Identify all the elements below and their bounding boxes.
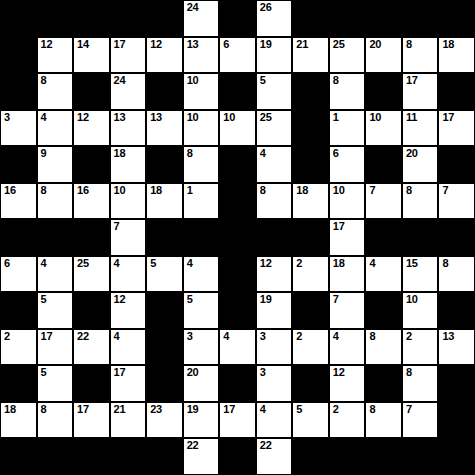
cell-r6c3[interactable]: 7 [110,219,147,256]
cell-number: 10 [223,111,235,124]
cell-number: 7 [369,184,375,197]
black-cell-r12c2 [73,438,110,475]
cell-r1c2[interactable]: 14 [73,37,110,74]
cell-number: 21 [114,403,126,416]
cell-r1c8[interactable]: 21 [292,37,329,74]
black-cell-r12c3 [110,438,147,475]
cell-number: 10 [406,293,418,306]
cell-number: 17 [406,74,418,87]
cell-r11c2[interactable]: 17 [73,402,110,439]
cell-r8c7[interactable]: 19 [256,292,293,329]
cell-r11c1[interactable]: 8 [37,402,74,439]
black-cell-r4c8 [292,146,329,183]
cell-number: 19 [260,38,272,51]
cell-number: 2 [296,257,302,270]
black-cell-r2c12 [438,73,475,110]
cell-r11c8[interactable]: 5 [292,402,329,439]
black-cell-r0c2 [73,0,110,37]
cell-r11c5[interactable]: 19 [183,402,220,439]
cell-number: 1 [187,184,193,197]
cell-number: 3 [4,111,10,124]
cell-number: 7 [114,220,120,233]
cell-number: 19 [260,293,272,306]
cell-number: 10 [369,111,381,124]
cell-r3c12[interactable]: 17 [438,110,475,147]
cell-number: 23 [150,403,162,416]
cell-r1c7[interactable]: 19 [256,37,293,74]
cell-r1c11[interactable]: 8 [402,37,439,74]
black-cell-r8c12 [438,292,475,329]
black-cell-r10c10 [365,365,402,402]
cell-number: 6 [4,257,10,270]
cell-r5c8[interactable]: 18 [292,183,329,220]
cell-number: 1 [333,111,339,124]
cell-number: 17 [333,220,345,233]
cell-r4c1[interactable]: 9 [37,146,74,183]
black-cell-r12c1 [37,438,74,475]
cell-r4c7[interactable]: 4 [256,146,293,183]
cell-r2c7[interactable]: 5 [256,73,293,110]
cell-number: 5 [187,293,193,306]
cell-r7c9[interactable]: 18 [329,256,366,293]
cell-number: 13 [114,111,126,124]
black-cell-r12c4 [146,438,183,475]
black-cell-r6c12 [438,219,475,256]
black-cell-r8c0 [0,292,37,329]
cell-number: 12 [333,366,345,379]
cell-number: 4 [260,403,266,416]
black-cell-r6c8 [292,219,329,256]
cell-number: 5 [260,74,266,87]
cell-r3c4[interactable]: 13 [146,110,183,147]
cell-r5c2[interactable]: 16 [73,183,110,220]
cell-number: 8 [41,74,47,87]
cell-r1c5[interactable]: 13 [183,37,220,74]
cell-number: 14 [77,38,89,51]
cell-r9c11[interactable]: 2 [402,329,439,366]
cell-r10c3[interactable]: 17 [110,365,147,402]
cell-r7c4[interactable]: 5 [146,256,183,293]
black-cell-r11c12 [438,402,475,439]
cell-r10c9[interactable]: 12 [329,365,366,402]
black-cell-r1c0 [0,37,37,74]
cell-r11c11[interactable]: 7 [402,402,439,439]
cell-r10c11[interactable]: 8 [402,365,439,402]
cell-r3c2[interactable]: 12 [73,110,110,147]
cell-r5c11[interactable]: 8 [402,183,439,220]
cell-r9c3[interactable]: 4 [110,329,147,366]
cell-number: 11 [406,111,417,124]
black-cell-r7c6 [219,256,256,293]
black-cell-r2c2 [73,73,110,110]
cell-number: 18 [442,38,454,51]
cell-r11c10[interactable]: 8 [365,402,402,439]
cell-r5c4[interactable]: 18 [146,183,183,220]
cell-number: 17 [114,366,126,379]
cell-r7c8[interactable]: 2 [292,256,329,293]
black-cell-r2c0 [0,73,37,110]
cell-r6c9[interactable]: 17 [329,219,366,256]
cell-number: 5 [296,403,302,416]
cell-r3c11[interactable]: 11 [402,110,439,147]
cell-number: 2 [4,330,10,343]
black-cell-r6c10 [365,219,402,256]
cell-number: 20 [406,147,418,160]
cell-number: 19 [187,403,199,416]
cell-r3c3[interactable]: 13 [110,110,147,147]
black-cell-r0c12 [438,0,475,37]
cell-number: 16 [4,184,16,197]
cell-number: 4 [41,111,47,124]
black-cell-r4c4 [146,146,183,183]
cell-number: 12 [114,293,126,306]
cell-number: 8 [406,366,412,379]
cell-r1c6[interactable]: 6 [219,37,256,74]
black-cell-r12c9 [329,438,366,475]
cell-r3c6[interactable]: 10 [219,110,256,147]
black-cell-r8c6 [219,292,256,329]
cell-number: 6 [223,38,229,51]
cell-number: 10 [187,74,199,87]
cell-number: 18 [296,184,308,197]
cell-number: 5 [150,257,156,270]
cell-number: 25 [333,38,345,51]
cell-r2c1[interactable]: 8 [37,73,74,110]
cell-number: 12 [260,257,272,270]
black-cell-r6c4 [146,219,183,256]
cell-number: 18 [150,184,162,197]
cell-number: 21 [296,38,308,51]
black-cell-r6c2 [73,219,110,256]
cell-r3c7[interactable]: 25 [256,110,293,147]
cell-r3c5[interactable]: 10 [183,110,220,147]
cell-number: 7 [442,184,448,197]
cell-r8c5[interactable]: 5 [183,292,220,329]
cell-number: 2 [333,403,339,416]
cell-number: 8 [333,74,339,87]
cell-r7c11[interactable]: 15 [402,256,439,293]
cell-r9c0[interactable]: 2 [0,329,37,366]
cell-r7c7[interactable]: 12 [256,256,293,293]
black-cell-r3c8 [292,110,329,147]
black-cell-r4c12 [438,146,475,183]
cell-number: 24 [187,1,199,14]
cell-r11c9[interactable]: 2 [329,402,366,439]
cell-number: 4 [333,330,339,343]
cell-number: 12 [77,111,89,124]
cell-number: 6 [333,147,339,160]
cell-r9c7[interactable]: 3 [256,329,293,366]
cell-r1c1[interactable]: 12 [37,37,74,74]
cell-number: 4 [187,257,193,270]
black-cell-r12c11 [402,438,439,475]
black-cell-r4c0 [0,146,37,183]
cell-r8c9[interactable]: 7 [329,292,366,329]
cell-r9c9[interactable]: 4 [329,329,366,366]
cell-r9c12[interactable]: 13 [438,329,475,366]
cell-number: 16 [77,184,89,197]
black-cell-r6c11 [402,219,439,256]
cell-number: 4 [114,330,120,343]
cell-number: 4 [223,330,229,343]
cell-r5c10[interactable]: 7 [365,183,402,220]
cell-number: 8 [442,257,448,270]
black-cell-r0c4 [146,0,183,37]
cell-number: 4 [369,257,375,270]
cell-r9c8[interactable]: 2 [292,329,329,366]
cell-r2c3[interactable]: 24 [110,73,147,110]
cell-number: 13 [442,330,454,343]
cell-r7c1[interactable]: 4 [37,256,74,293]
black-cell-r5c6 [219,183,256,220]
black-cell-r10c4 [146,365,183,402]
black-cell-r10c0 [0,365,37,402]
black-cell-r8c10 [365,292,402,329]
cell-number: 25 [77,257,89,270]
cell-number: 7 [333,293,339,306]
cell-number: 3 [260,330,266,343]
black-cell-r12c12 [438,438,475,475]
black-cell-r0c10 [365,0,402,37]
cell-number: 8 [406,184,412,197]
cell-r0c7[interactable]: 26 [256,0,293,37]
black-cell-r10c12 [438,365,475,402]
cell-number: 26 [260,1,272,14]
black-cell-r12c10 [365,438,402,475]
black-cell-r6c7 [256,219,293,256]
black-cell-r12c8 [292,438,329,475]
cell-r4c3[interactable]: 18 [110,146,147,183]
cell-r7c5[interactable]: 4 [183,256,220,293]
cell-number: 12 [150,38,162,51]
cell-r4c5[interactable]: 8 [183,146,220,183]
black-cell-r10c8 [292,365,329,402]
black-cell-r0c8 [292,0,329,37]
black-cell-r4c2 [73,146,110,183]
black-cell-r12c6 [219,438,256,475]
cell-number: 25 [260,111,272,124]
cell-r5c12[interactable]: 7 [438,183,475,220]
cell-r7c0[interactable]: 6 [0,256,37,293]
cell-number: 22 [77,330,89,343]
black-cell-r10c2 [73,365,110,402]
cell-r8c1[interactable]: 5 [37,292,74,329]
black-cell-r0c1 [37,0,74,37]
cell-r5c0[interactable]: 16 [0,183,37,220]
cell-r10c7[interactable]: 3 [256,365,293,402]
cell-r4c9[interactable]: 6 [329,146,366,183]
cell-r8c3[interactable]: 12 [110,292,147,329]
black-cell-r4c10 [365,146,402,183]
cell-number: 13 [150,111,162,124]
cell-r9c6[interactable]: 4 [219,329,256,366]
cell-number: 18 [333,257,345,270]
cell-number: 2 [296,330,302,343]
cell-number: 4 [260,147,266,160]
cell-number: 5 [41,293,47,306]
codeword-board: 2426121417121361921252081882410581734121… [0,0,475,475]
cell-number: 10 [114,184,126,197]
cell-r4c11[interactable]: 20 [402,146,439,183]
cell-r11c3[interactable]: 21 [110,402,147,439]
black-cell-r0c0 [0,0,37,37]
black-cell-r6c5 [183,219,220,256]
cell-number: 8 [41,403,47,416]
cell-r5c9[interactable]: 10 [329,183,366,220]
black-cell-r0c6 [219,0,256,37]
cell-number: 8 [406,38,412,51]
cell-number: 3 [260,366,266,379]
cell-r9c2[interactable]: 22 [73,329,110,366]
cell-number: 18 [4,403,16,416]
cell-r1c12[interactable]: 18 [438,37,475,74]
cell-number: 17 [114,38,126,51]
cell-number: 2 [406,330,412,343]
cell-r2c5[interactable]: 10 [183,73,220,110]
black-cell-r2c10 [365,73,402,110]
cell-number: 12 [41,38,53,51]
cell-r7c12[interactable]: 8 [438,256,475,293]
cell-r5c1[interactable]: 8 [37,183,74,220]
black-cell-r0c3 [110,0,147,37]
cell-number: 20 [187,366,199,379]
cell-number: 17 [223,403,235,416]
black-cell-r6c6 [219,219,256,256]
cell-r2c9[interactable]: 8 [329,73,366,110]
black-cell-r0c11 [402,0,439,37]
cell-r0c5[interactable]: 24 [183,0,220,37]
cell-r2c11[interactable]: 17 [402,73,439,110]
black-cell-r9c4 [146,329,183,366]
cell-r3c9[interactable]: 1 [329,110,366,147]
cell-r5c7[interactable]: 8 [256,183,293,220]
cell-number: 15 [406,257,418,270]
cell-r1c3[interactable]: 17 [110,37,147,74]
cell-r12c5[interactable]: 22 [183,438,220,475]
black-cell-r10c6 [219,365,256,402]
black-cell-r8c2 [73,292,110,329]
cell-r9c5[interactable]: 3 [183,329,220,366]
cell-number: 17 [77,403,89,416]
cell-r1c10[interactable]: 20 [365,37,402,74]
cell-number: 8 [369,403,375,416]
cell-number: 9 [41,147,47,160]
black-cell-r8c8 [292,292,329,329]
cell-number: 8 [369,330,375,343]
cell-r5c5[interactable]: 1 [183,183,220,220]
cell-r3c10[interactable]: 10 [365,110,402,147]
cell-number: 7 [406,403,412,416]
cell-r7c10[interactable]: 4 [365,256,402,293]
cell-number: 8 [41,184,47,197]
black-cell-r0c9 [329,0,366,37]
cell-r3c0[interactable]: 3 [0,110,37,147]
cell-r11c0[interactable]: 18 [0,402,37,439]
black-cell-r4c6 [219,146,256,183]
cell-number: 5 [41,366,47,379]
cell-r8c11[interactable]: 10 [402,292,439,329]
cell-number: 4 [114,257,120,270]
black-cell-r2c8 [292,73,329,110]
cell-r11c6[interactable]: 17 [219,402,256,439]
cell-r11c4[interactable]: 23 [146,402,183,439]
cell-number: 4 [41,257,47,270]
cell-number: 20 [369,38,381,51]
black-cell-r12c0 [0,438,37,475]
black-cell-r2c4 [146,73,183,110]
cell-number: 3 [187,330,193,343]
cell-number: 22 [260,439,272,452]
cell-r10c5[interactable]: 20 [183,365,220,402]
cell-r3c1[interactable]: 4 [37,110,74,147]
cell-r1c9[interactable]: 25 [329,37,366,74]
cell-r5c3[interactable]: 10 [110,183,147,220]
cell-r7c2[interactable]: 25 [73,256,110,293]
cell-number: 13 [187,38,199,51]
cell-r9c10[interactable]: 8 [365,329,402,366]
cell-number: 10 [333,184,345,197]
black-cell-r2c6 [219,73,256,110]
cell-number: 17 [442,111,454,124]
cell-number: 8 [187,147,193,160]
cell-number: 17 [41,330,53,343]
cell-r1c4[interactable]: 12 [146,37,183,74]
cell-number: 8 [260,184,266,197]
cell-number: 10 [187,111,199,124]
cell-r10c1[interactable]: 5 [37,365,74,402]
cell-r11c7[interactable]: 4 [256,402,293,439]
cell-number: 18 [114,147,126,160]
cell-r7c3[interactable]: 4 [110,256,147,293]
black-cell-r6c1 [37,219,74,256]
black-cell-r8c4 [146,292,183,329]
cell-number: 24 [114,74,126,87]
cell-r9c1[interactable]: 17 [37,329,74,366]
black-cell-r6c0 [0,219,37,256]
cell-number: 22 [187,439,199,452]
cell-r12c7[interactable]: 22 [256,438,293,475]
